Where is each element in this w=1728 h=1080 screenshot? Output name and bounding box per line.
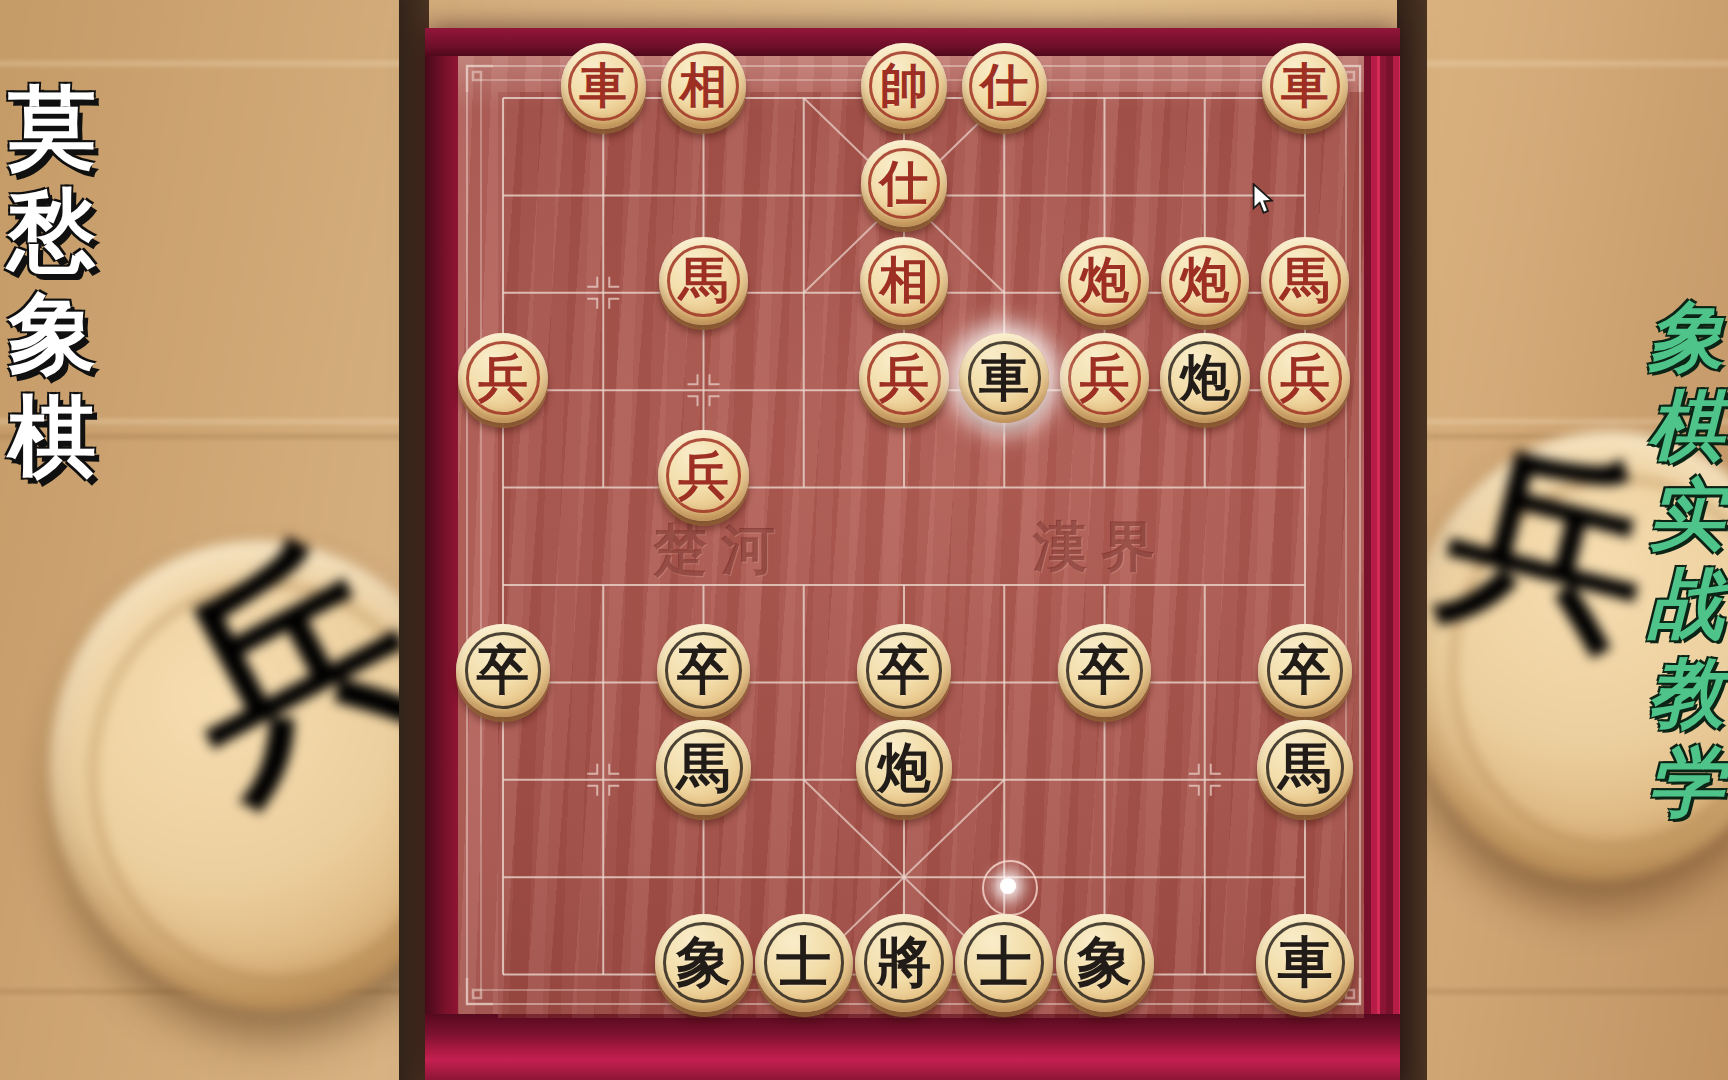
banner-character: 莫 — [8, 76, 96, 179]
point-marker — [1211, 786, 1221, 796]
black-piece-車-f6r4[interactable]: 車 — [959, 333, 1049, 423]
piece-glyph: 炮 — [1180, 256, 1229, 305]
black-piece-卒-f1r7[interactable]: 卒 — [456, 624, 550, 718]
piece-glyph: 卒 — [677, 644, 730, 697]
red-piece-兵-f1r4[interactable]: 兵 — [458, 333, 548, 423]
piece-glyph: 士 — [977, 935, 1032, 990]
piece-glyph: 仕 — [980, 62, 1028, 110]
red-piece-兵-f9r4[interactable]: 兵 — [1260, 333, 1350, 423]
piece-glyph: 相 — [680, 62, 728, 110]
red-piece-相-f5r3[interactable]: 相 — [860, 237, 948, 325]
red-piece-炮-f7r3[interactable]: 炮 — [1060, 237, 1148, 325]
board-right-shadow-band — [1397, 0, 1427, 1080]
point-marker — [587, 764, 597, 774]
piece-glyph: 兵 — [678, 450, 729, 501]
point-marker — [688, 396, 698, 406]
left-title-banner: 莫愁象棋 — [8, 76, 96, 488]
black-piece-炮-f8r4[interactable]: 炮 — [1160, 333, 1250, 423]
black-piece-卒-f3r7[interactable]: 卒 — [657, 624, 751, 718]
point-marker — [710, 396, 720, 406]
piece-glyph: 象 — [1077, 935, 1132, 990]
point-marker — [609, 786, 619, 796]
banner-character: 象 — [1648, 292, 1724, 381]
piece-glyph: 炮 — [1180, 353, 1230, 403]
banner-character: 棋 — [1648, 381, 1724, 470]
black-piece-士-f4r10[interactable]: 士 — [755, 914, 853, 1012]
point-marker — [587, 277, 597, 287]
piece-glyph: 帥 — [880, 62, 928, 110]
piece-glyph: 士 — [776, 935, 831, 990]
black-piece-卒-f9r7[interactable]: 卒 — [1258, 624, 1352, 718]
right-title-banner: 象棋实战教学 — [1648, 292, 1724, 826]
mouse-cursor-icon — [1250, 183, 1276, 215]
banner-character: 愁 — [8, 179, 96, 282]
piece-glyph: 馬 — [1280, 256, 1329, 305]
piece-glyph: 車 — [579, 62, 627, 110]
black-piece-車-f9r10[interactable]: 車 — [1256, 914, 1354, 1012]
piece-glyph: 兵 — [478, 353, 528, 403]
piece-glyph: 馬 — [679, 256, 728, 305]
point-marker — [688, 374, 698, 384]
piece-glyph: 卒 — [477, 644, 530, 697]
point-marker — [1211, 764, 1221, 774]
red-piece-馬-f9r3[interactable]: 馬 — [1261, 237, 1349, 325]
banner-character: 战 — [1648, 559, 1724, 648]
point-marker — [609, 277, 619, 287]
black-piece-馬-f3r8[interactable]: 馬 — [656, 720, 751, 815]
banner-character: 学 — [1648, 737, 1724, 826]
black-piece-馬-f9r8[interactable]: 馬 — [1257, 720, 1352, 815]
piece-glyph: 卒 — [1078, 644, 1131, 697]
piece-glyph: 車 — [979, 353, 1029, 403]
piece-glyph: 象 — [676, 935, 731, 990]
black-piece-將-f5r10[interactable]: 將 — [855, 914, 953, 1012]
red-piece-相-f3r1[interactable]: 相 — [661, 43, 746, 128]
piece-glyph: 將 — [877, 935, 932, 990]
black-piece-卒-f7r7[interactable]: 卒 — [1058, 624, 1152, 718]
banner-character: 棋 — [8, 385, 96, 488]
red-piece-兵-f3r5[interactable]: 兵 — [658, 430, 749, 521]
red-piece-馬-f3r3[interactable]: 馬 — [659, 237, 747, 325]
river-label-han: 漢界 — [1033, 511, 1169, 584]
red-piece-兵-f7r4[interactable]: 兵 — [1060, 333, 1150, 423]
red-piece-炮-f8r3[interactable]: 炮 — [1161, 237, 1249, 325]
piece-glyph: 車 — [1278, 935, 1333, 990]
piece-glyph: 相 — [879, 256, 928, 305]
piece-glyph: 車 — [1281, 62, 1329, 110]
stage: 兵 兵 莫愁象棋 象棋实战教学 楚河 漢界 車相帥仕車仕馬相炮炮馬兵兵兵兵兵車炮… — [0, 0, 1728, 1080]
point-marker — [710, 374, 720, 384]
red-piece-仕-f5r2[interactable]: 仕 — [861, 140, 948, 227]
point-marker — [587, 786, 597, 796]
piece-glyph: 馬 — [1278, 741, 1331, 794]
point-marker — [609, 764, 619, 774]
piece-glyph: 兵 — [1280, 353, 1330, 403]
piece-glyph: 仕 — [880, 159, 929, 208]
black-piece-卒-f5r7[interactable]: 卒 — [857, 624, 951, 718]
red-piece-車-f9r1[interactable]: 車 — [1262, 43, 1347, 128]
piece-glyph: 兵 — [879, 353, 929, 403]
black-piece-象-f3r10[interactable]: 象 — [655, 914, 753, 1012]
point-marker — [587, 299, 597, 309]
red-piece-兵-f5r4[interactable]: 兵 — [859, 333, 949, 423]
piece-glyph: 馬 — [677, 741, 730, 794]
piece-glyph: 卒 — [1279, 644, 1332, 697]
background-left-piece: 兵 — [30, 480, 450, 1080]
piece-glyph: 炮 — [877, 741, 930, 794]
piece-glyph: 炮 — [1080, 256, 1129, 305]
red-piece-仕-f6r1[interactable]: 仕 — [962, 43, 1047, 128]
black-piece-士-f6r10[interactable]: 士 — [955, 914, 1053, 1012]
piece-glyph: 卒 — [878, 644, 931, 697]
point-marker — [1189, 786, 1199, 796]
river-label-chu: 楚河 — [653, 514, 789, 587]
red-piece-車-f2r1[interactable]: 車 — [561, 43, 646, 128]
black-piece-炮-f5r8[interactable]: 炮 — [856, 720, 951, 815]
point-marker — [609, 299, 619, 309]
banner-character: 象 — [8, 282, 96, 385]
piece-glyph: 兵 — [1079, 353, 1129, 403]
point-marker — [1189, 764, 1199, 774]
banner-character: 实 — [1648, 470, 1724, 559]
red-piece-帥-f5r1[interactable]: 帥 — [861, 43, 946, 128]
black-piece-象-f7r10[interactable]: 象 — [1056, 914, 1154, 1012]
banner-character: 教 — [1648, 648, 1724, 737]
